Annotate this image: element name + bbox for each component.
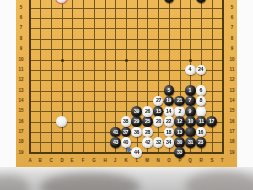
move-number: 22	[166, 119, 171, 124]
coordinate-label: 14	[229, 99, 234, 104]
stone-black-numbered: 43	[110, 137, 121, 148]
move-number: 1	[189, 88, 192, 93]
coordinate-label: 14	[18, 99, 23, 104]
grid-line-v	[105, 0, 106, 154]
coordinate-label: 5	[19, 5, 22, 10]
stone-black-numbered: 29	[131, 116, 142, 127]
coordinate-label: O	[167, 159, 171, 164]
stone-white-numbered: 26	[142, 106, 153, 117]
move-number: 40	[123, 140, 128, 145]
coordinate-label: 13	[18, 88, 23, 93]
grid-line-v	[72, 0, 73, 154]
grid-line-v	[51, 0, 52, 154]
background-blur-shape	[0, 175, 30, 190]
stone-black-numbered: 10	[185, 116, 196, 127]
stone-black-numbered: 15	[153, 106, 164, 117]
coordinate-label: K	[124, 159, 127, 164]
grid-line-h	[30, 18, 224, 19]
coordinate-label: Q	[189, 159, 193, 164]
stone-white-numbered: 38	[121, 116, 132, 127]
stone-black-numbered: 17	[206, 116, 217, 127]
coordinate-label: 6	[230, 16, 233, 21]
stone-black-numbered: 41	[110, 127, 121, 138]
move-number: 42	[145, 140, 150, 145]
coordinate-label: T	[221, 159, 224, 164]
grid-line-h	[30, 28, 224, 29]
coordinate-label: 6	[19, 16, 22, 21]
coordinate-label: C	[49, 159, 52, 164]
move-number: 6	[200, 88, 203, 93]
stone-black-numbered: 23	[196, 137, 207, 148]
stone-black-numbered: 5	[164, 85, 175, 96]
coordinate-label: P	[178, 159, 181, 164]
coordinate-label: L	[135, 159, 138, 164]
move-number: 7	[189, 98, 192, 103]
move-number: 37	[123, 129, 128, 134]
coordinate-label: 17	[229, 130, 234, 135]
stone-white-numbered: 22	[164, 116, 175, 127]
move-number: 28	[145, 129, 150, 134]
move-number: 4	[189, 67, 192, 72]
grid-line-v	[158, 0, 159, 154]
stone-white-numbered: 14	[164, 106, 175, 117]
coordinate-label: 9	[19, 47, 22, 52]
move-number: 23	[198, 140, 203, 145]
move-number: 24	[198, 67, 203, 72]
coordinate-label: 15	[18, 109, 23, 114]
coordinate-label: 19	[229, 150, 234, 155]
coordinate-label: 8	[19, 37, 22, 42]
grid-line-h	[30, 80, 224, 81]
move-number: 17	[209, 119, 214, 124]
left-margin	[0, 0, 16, 167]
stone-black-numbered: 7	[185, 96, 196, 107]
grid-line-h	[30, 8, 224, 9]
coordinate-label: E	[71, 159, 74, 164]
coordinate-label: 19	[18, 150, 23, 155]
coordinate-label: 11	[18, 68, 23, 73]
move-number: 11	[198, 119, 203, 124]
stone-white-numbered: 42	[142, 137, 153, 148]
coordinate-label: 12	[229, 78, 234, 83]
coordinate-label: R	[199, 159, 202, 164]
move-number: 5	[167, 88, 170, 93]
move-number: 20	[155, 119, 160, 124]
move-number: 18	[166, 129, 171, 134]
background-blur-shape	[40, 173, 140, 190]
move-number: 27	[155, 98, 160, 103]
coordinate-label: B	[39, 159, 42, 164]
coordinate-label: 12	[18, 78, 23, 83]
stone-black-numbered: 13	[174, 127, 185, 138]
grid-line-v	[40, 0, 41, 154]
move-number: 16	[198, 129, 203, 134]
stone-black-numbered: 21	[174, 96, 185, 107]
table-background	[0, 167, 253, 190]
move-number: 41	[113, 129, 118, 134]
coordinate-label: 18	[18, 140, 23, 145]
coordinate-label: 13	[229, 88, 234, 93]
move-number: 8	[200, 98, 203, 103]
coordinate-label: 17	[18, 130, 23, 135]
coordinate-label: S	[210, 159, 213, 164]
grid-line-v	[62, 0, 63, 154]
grid-line-v	[83, 0, 84, 154]
coordinate-label: 7	[230, 26, 233, 31]
coordinate-label: H	[103, 159, 106, 164]
coordinate-label: G	[92, 159, 96, 164]
move-number: 14	[166, 109, 171, 114]
move-number: 10	[188, 119, 193, 124]
coordinate-label: 9	[230, 47, 233, 52]
stone-white	[196, 106, 207, 117]
stone-white	[56, 116, 67, 127]
coordinate-label: 16	[229, 119, 234, 124]
move-number: 44	[134, 150, 139, 155]
move-number: 9	[189, 109, 192, 114]
grid-line-h	[30, 39, 224, 40]
grid-line-h	[30, 49, 224, 50]
hoshi-point	[125, 59, 128, 62]
coordinate-label: J	[114, 159, 117, 164]
stone-white-numbered: 32	[153, 137, 164, 148]
move-number: 12	[177, 119, 182, 124]
board-frame	[222, 0, 224, 154]
move-number: 25	[145, 119, 150, 124]
move-number: 36	[134, 129, 139, 134]
move-number: 21	[177, 98, 182, 103]
move-number: 26	[145, 109, 150, 114]
move-number: 32	[155, 140, 160, 145]
hoshi-point	[61, 59, 64, 62]
coordinate-label: 18	[229, 140, 234, 145]
coordinate-label: 8	[230, 37, 233, 42]
move-number: 38	[123, 119, 128, 124]
coordinate-label: M	[146, 159, 150, 164]
stone-white-numbered: 4	[185, 65, 196, 76]
move-number: 34	[166, 140, 171, 145]
stone-white-numbered: 40	[121, 137, 132, 148]
move-number: 29	[134, 119, 139, 124]
stone-white-numbered: 2	[174, 106, 185, 117]
coordinate-label: 5	[230, 5, 233, 10]
stone-black-numbered: 25	[142, 116, 153, 127]
move-number: 31	[188, 140, 193, 145]
stone-black-numbered: 9	[185, 106, 196, 117]
coordinate-label: D	[60, 159, 63, 164]
move-number: 13	[177, 129, 182, 134]
stone-black-numbered: 39	[131, 106, 142, 117]
stone-black	[185, 127, 196, 138]
move-number: 19	[166, 98, 171, 103]
background-blur-shape	[185, 171, 253, 190]
stone-black-numbered: 12	[174, 116, 185, 127]
right-margin	[237, 0, 253, 167]
move-number: 15	[155, 109, 160, 114]
stone-black-numbered: 30	[174, 137, 185, 148]
board-frame	[29, 0, 31, 154]
coordinate-label: 10	[18, 57, 23, 62]
coordinate-label: 16	[18, 119, 23, 124]
stone-white-numbered: 34	[164, 137, 175, 148]
stone-white-numbered: 28	[142, 127, 153, 138]
coordinate-label: 10	[229, 57, 234, 62]
stone-white-numbered: 6	[196, 85, 207, 96]
move-number: 39	[134, 109, 139, 114]
coordinate-label: F	[82, 159, 85, 164]
stone-white-numbered: 44	[131, 147, 142, 158]
coordinate-label: 7	[19, 26, 22, 31]
move-number: 33	[177, 150, 182, 155]
move-number: 30	[177, 140, 182, 145]
go-diagram-screen: 4455667788991010111112121313141415151616…	[0, 0, 253, 190]
grid-line-v	[94, 0, 95, 154]
stone-black-numbered: 1	[185, 85, 196, 96]
board-frame	[29, 152, 224, 154]
stone-black-numbered: 33	[174, 147, 185, 158]
hoshi-point	[189, 59, 192, 62]
coordinate-label: 15	[229, 109, 234, 114]
grid-line-v	[212, 0, 213, 154]
coordinate-label: A	[28, 159, 31, 164]
coordinate-label: N	[157, 159, 160, 164]
move-number: 2	[178, 109, 181, 114]
stone-black-numbered: 31	[185, 137, 196, 148]
move-number: 43	[113, 140, 118, 145]
coordinate-label: 11	[229, 68, 234, 73]
